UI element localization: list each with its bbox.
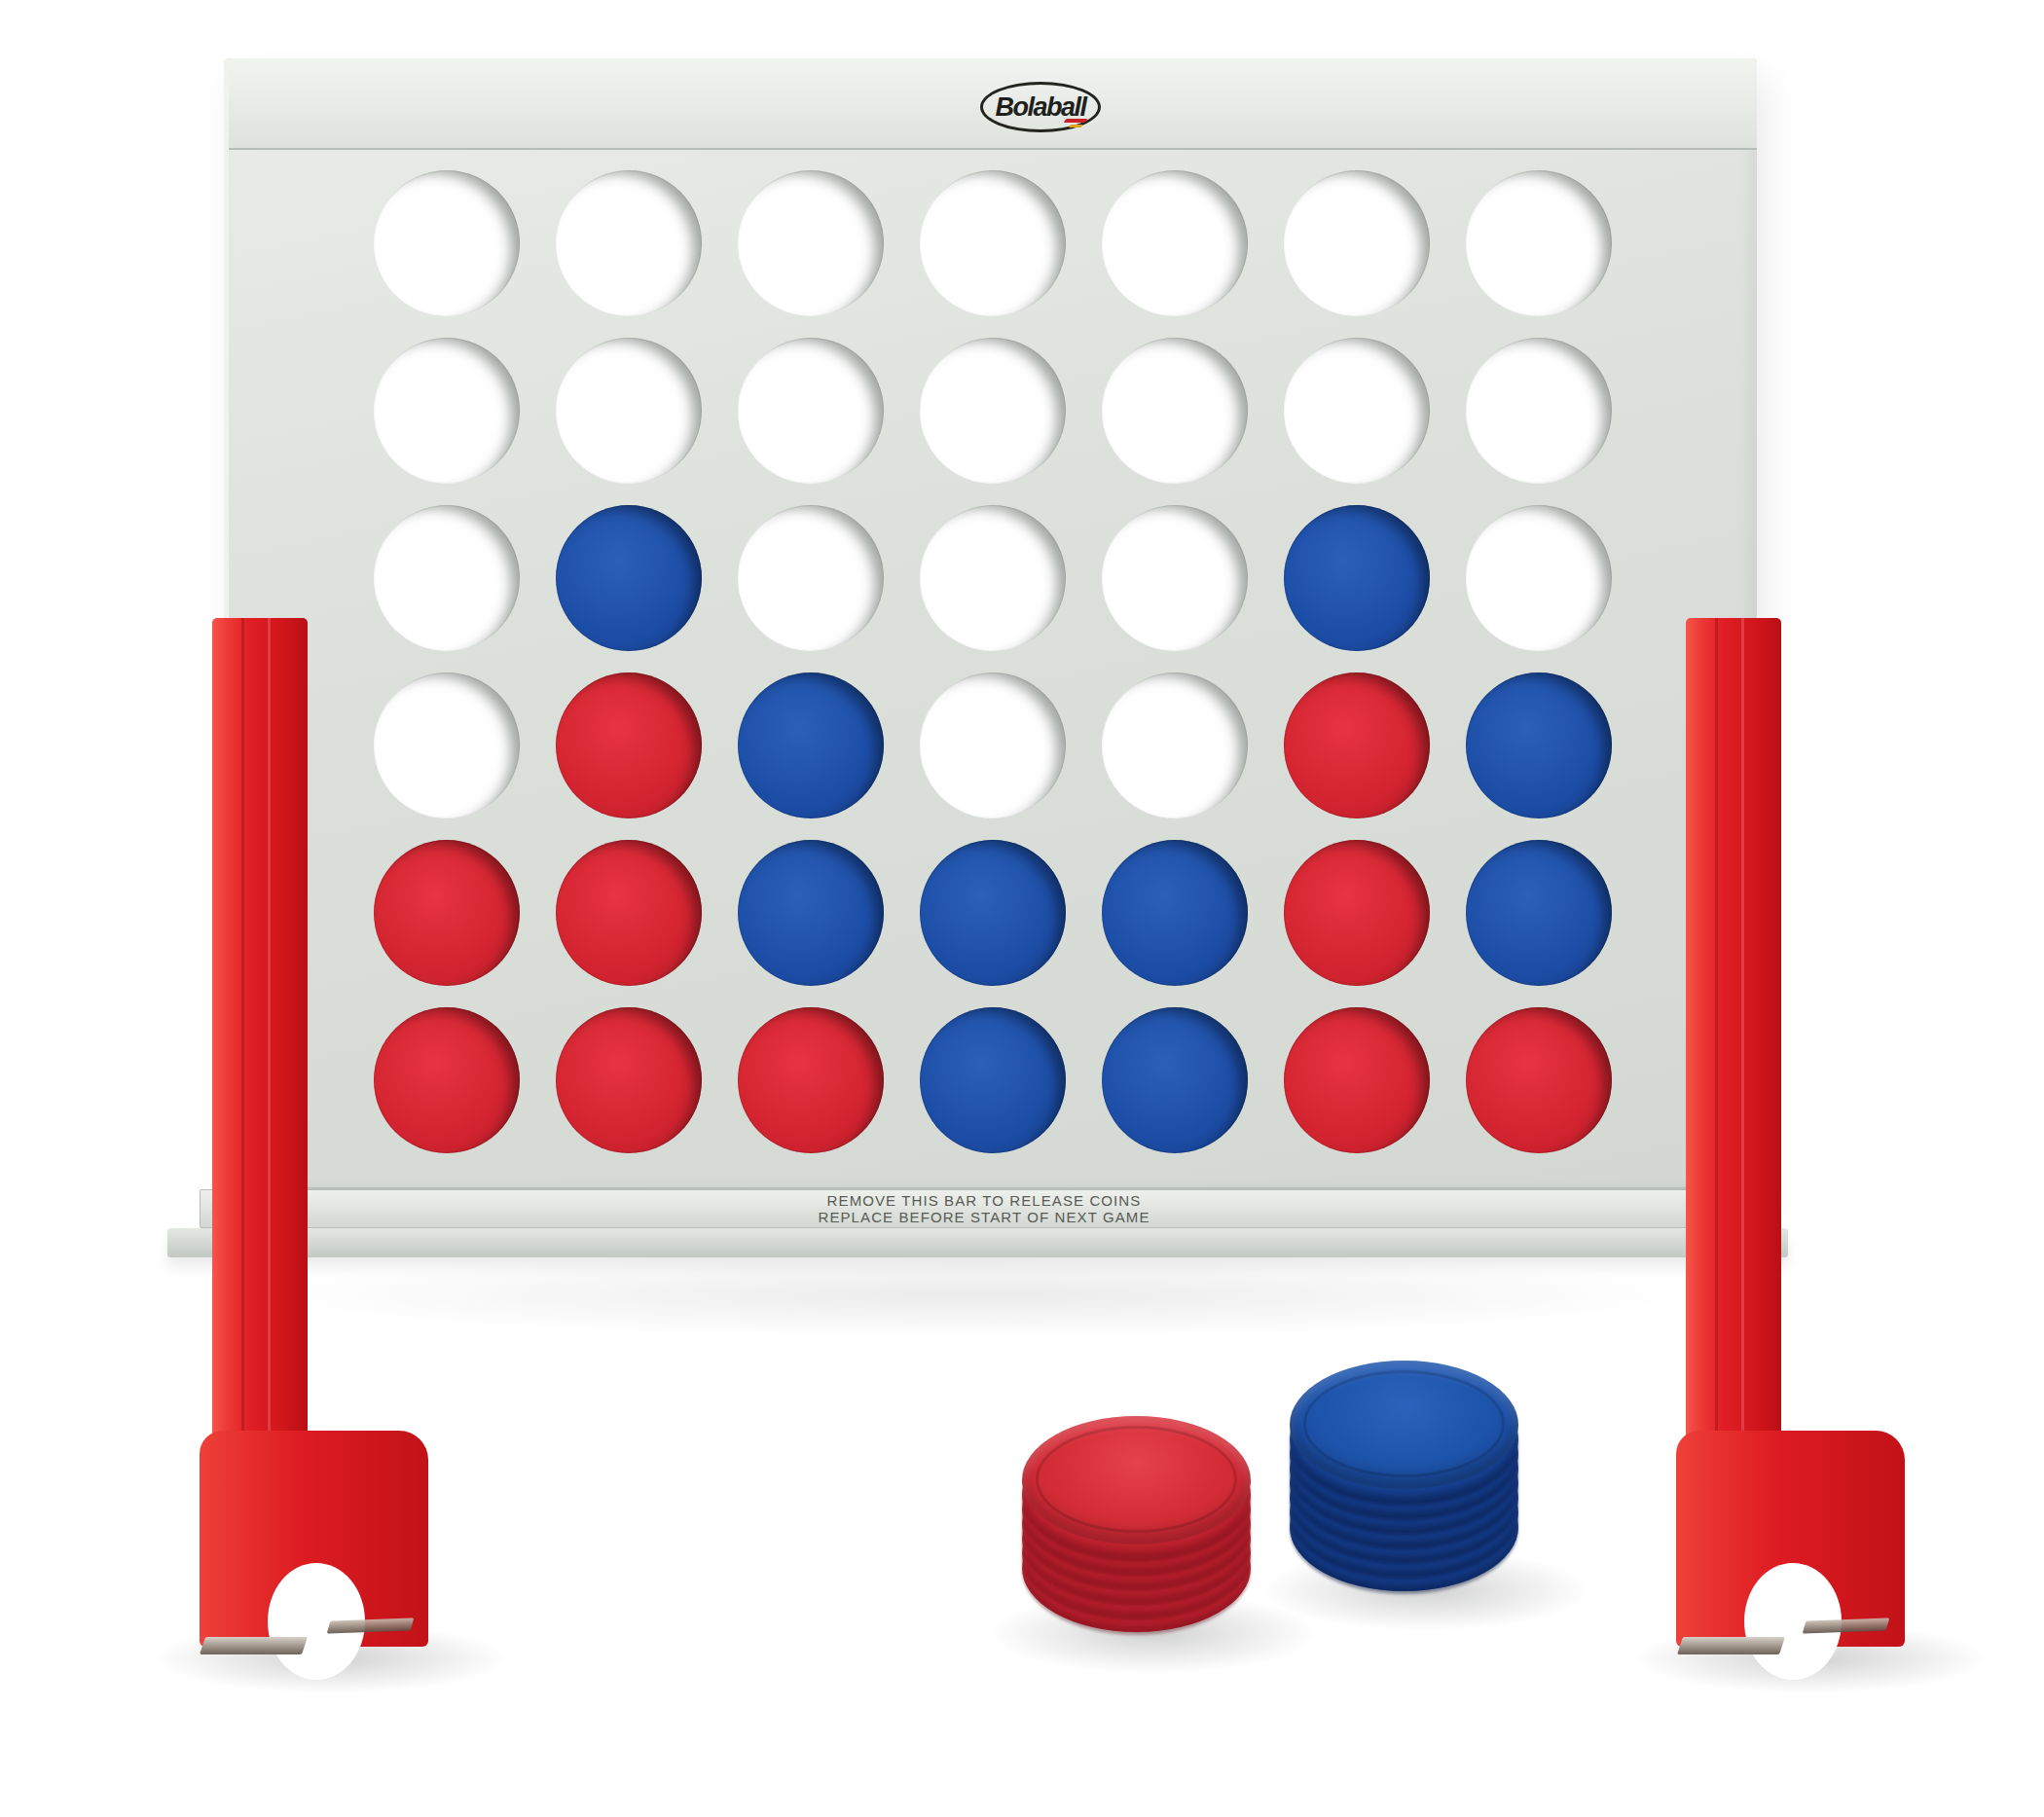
- empty-hole: [920, 672, 1066, 818]
- empty-hole: [1102, 505, 1248, 651]
- cell-r2c5: [1083, 327, 1265, 494]
- cell-r1c1: [355, 160, 537, 327]
- red-disc: [1284, 840, 1430, 986]
- cell-r1c5: [1083, 160, 1265, 327]
- blue-disc: [1102, 1007, 1248, 1153]
- right-leg-post: [1686, 618, 1781, 1440]
- red-disc: [374, 840, 520, 986]
- empty-hole: [1102, 338, 1248, 484]
- empty-hole: [374, 338, 520, 484]
- cell-r6c5: [1083, 997, 1265, 1164]
- cell-r6c7: [1447, 997, 1629, 1164]
- blue-disc: [556, 505, 702, 651]
- board-panel: Bolaball: [224, 58, 1757, 1190]
- red-disc: [1284, 672, 1430, 818]
- red-disc: [556, 840, 702, 986]
- cell-r4c6: [1265, 662, 1447, 829]
- empty-hole: [920, 338, 1066, 484]
- empty-hole: [920, 170, 1066, 316]
- release-bar-line2: REPLACE BEFORE START OF NEXT GAME: [201, 1209, 1768, 1225]
- cell-r3c1: [355, 494, 537, 662]
- brand-logo-text: Bolaball: [995, 92, 1085, 123]
- cell-r4c2: [537, 662, 719, 829]
- red-disc: [374, 1007, 520, 1153]
- blue-coin-stack: [1290, 1361, 1518, 1594]
- product-photo-scene: Bolaball REMOVE THIS BAR TO RELEASE COIN…: [0, 0, 2044, 1817]
- board-grid: [355, 160, 1629, 1164]
- cell-r2c3: [719, 327, 901, 494]
- empty-hole: [556, 338, 702, 484]
- empty-hole: [1284, 170, 1430, 316]
- cell-r3c6: [1265, 494, 1447, 662]
- cell-r3c5: [1083, 494, 1265, 662]
- cell-r3c2: [537, 494, 719, 662]
- blue-disc: [920, 840, 1066, 986]
- cell-r4c4: [901, 662, 1083, 829]
- cell-r4c5: [1083, 662, 1265, 829]
- cell-r6c3: [719, 997, 901, 1164]
- cell-r3c7: [1447, 494, 1629, 662]
- tray-lip: [167, 1228, 1788, 1257]
- cell-r6c6: [1265, 997, 1447, 1164]
- cell-r2c1: [355, 327, 537, 494]
- logo-yellow-accent-icon: [1069, 125, 1083, 127]
- cell-r1c3: [719, 160, 901, 327]
- cell-r3c3: [719, 494, 901, 662]
- blue-disc: [738, 840, 884, 986]
- cell-r3c4: [901, 494, 1083, 662]
- red-coin: [1022, 1416, 1251, 1544]
- empty-hole: [738, 170, 884, 316]
- red-disc: [1466, 1007, 1612, 1153]
- release-bar-text: REMOVE THIS BAR TO RELEASE COINS REPLACE…: [201, 1192, 1768, 1225]
- red-disc: [1284, 1007, 1430, 1153]
- cell-r5c4: [901, 829, 1083, 997]
- empty-hole: [556, 170, 702, 316]
- cell-r1c2: [537, 160, 719, 327]
- cell-r2c4: [901, 327, 1083, 494]
- left-foot-plate: [200, 1637, 308, 1654]
- left-leg-post: [212, 618, 308, 1440]
- cell-r2c7: [1447, 327, 1629, 494]
- cell-r1c4: [901, 160, 1083, 327]
- right-leg-foot: [1676, 1431, 1905, 1647]
- cell-r4c3: [719, 662, 901, 829]
- empty-hole: [1284, 338, 1430, 484]
- cell-r5c1: [355, 829, 537, 997]
- empty-hole: [738, 338, 884, 484]
- cell-r4c1: [355, 662, 537, 829]
- empty-hole: [1466, 505, 1612, 651]
- cell-r5c2: [537, 829, 719, 997]
- empty-hole: [1102, 170, 1248, 316]
- cell-r1c6: [1265, 160, 1447, 327]
- board-floor-shadow: [243, 1251, 1703, 1338]
- cell-r6c2: [537, 997, 719, 1164]
- blue-disc: [1466, 672, 1612, 818]
- cell-r5c3: [719, 829, 901, 997]
- blue-disc: [1284, 505, 1430, 651]
- cell-r1c7: [1447, 160, 1629, 327]
- cell-r5c5: [1083, 829, 1265, 997]
- right-foot-plate: [1677, 1637, 1785, 1654]
- cell-r5c7: [1447, 829, 1629, 997]
- brand-logo: Bolaball: [980, 82, 1101, 132]
- cell-r2c6: [1265, 327, 1447, 494]
- empty-hole: [1466, 170, 1612, 316]
- red-disc: [738, 1007, 884, 1153]
- empty-hole: [1466, 338, 1612, 484]
- release-bar-line1: REMOVE THIS BAR TO RELEASE COINS: [201, 1192, 1768, 1209]
- release-bar: REMOVE THIS BAR TO RELEASE COINS REPLACE…: [200, 1189, 1769, 1228]
- board-top-rail: Bolaball: [229, 58, 1757, 150]
- empty-hole: [374, 672, 520, 818]
- empty-hole: [374, 170, 520, 316]
- cell-r2c2: [537, 327, 719, 494]
- empty-hole: [738, 505, 884, 651]
- blue-disc: [738, 672, 884, 818]
- empty-hole: [1102, 672, 1248, 818]
- blue-disc: [1466, 840, 1612, 986]
- cell-r5c6: [1265, 829, 1447, 997]
- red-disc: [556, 672, 702, 818]
- red-disc: [556, 1007, 702, 1153]
- logo-red-accent-icon: [1064, 119, 1088, 123]
- cell-r4c7: [1447, 662, 1629, 829]
- cell-r6c1: [355, 997, 537, 1164]
- cell-r6c4: [901, 997, 1083, 1164]
- blue-disc: [920, 1007, 1066, 1153]
- empty-hole: [920, 505, 1066, 651]
- empty-hole: [374, 505, 520, 651]
- blue-coin: [1290, 1361, 1518, 1489]
- blue-disc: [1102, 840, 1248, 986]
- left-leg-foot: [200, 1431, 428, 1647]
- red-coin-stack: [1022, 1416, 1251, 1635]
